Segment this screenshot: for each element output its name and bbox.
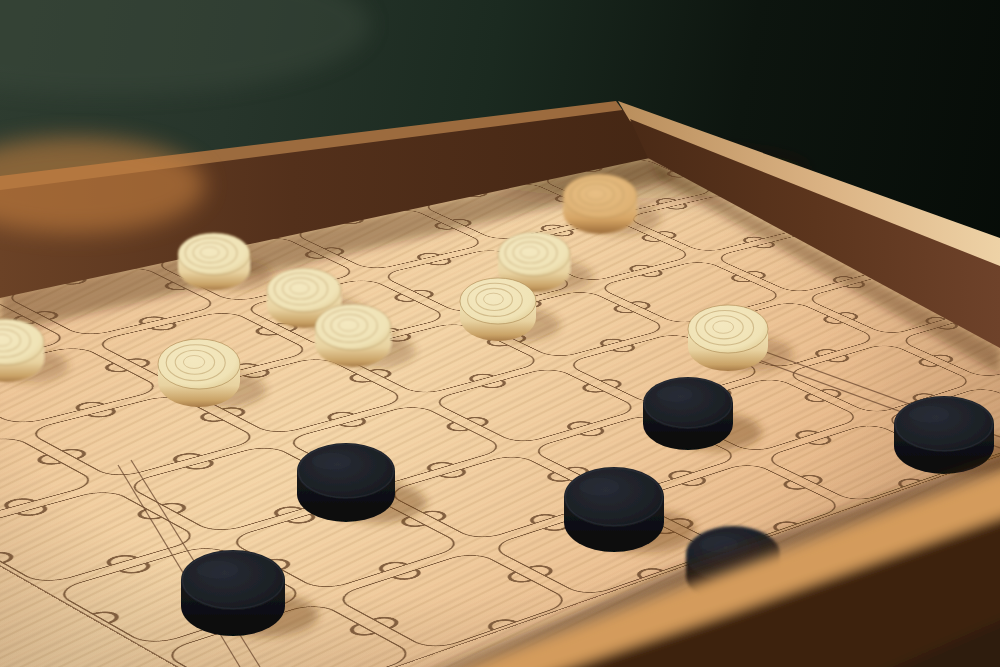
top-svg <box>0 0 1000 667</box>
piece-light-L8[interactable] <box>158 339 266 408</box>
piece-light-L4[interactable] <box>315 304 415 367</box>
photo-scene <box>0 0 1000 667</box>
piece-dark-B4[interactable] <box>564 467 696 553</box>
piece-light-L1[interactable] <box>563 174 661 234</box>
piece-top <box>643 377 733 429</box>
piece-dark-B3[interactable] <box>297 443 426 523</box>
piece-top <box>564 467 664 527</box>
piece-dark-B6[interactable] <box>181 550 318 637</box>
piece-top <box>894 396 994 452</box>
rails-and-pieces <box>0 0 1000 667</box>
piece-top <box>181 550 285 610</box>
piece-light-L7[interactable] <box>688 305 794 371</box>
piece-dark-B1[interactable] <box>643 377 762 451</box>
piece-light-L9[interactable] <box>0 319 68 382</box>
piece-top <box>297 443 395 499</box>
